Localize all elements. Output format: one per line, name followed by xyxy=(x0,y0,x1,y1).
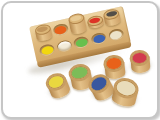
cylinder-top-color-gray xyxy=(105,10,117,17)
scene xyxy=(3,3,157,117)
board-disc-orange[interactable] xyxy=(54,24,67,34)
board-cylinder-red[interactable] xyxy=(86,14,104,29)
hole-recess xyxy=(90,32,107,46)
board-cylinder-gray[interactable] xyxy=(102,7,121,26)
hole-recess xyxy=(52,23,69,37)
cylinder-top-color-green xyxy=(71,66,89,80)
cylinder-top-color-beige xyxy=(115,79,137,97)
cylinder-top-color-yellow xyxy=(47,74,65,90)
cylinder-top-color-tan xyxy=(37,26,49,33)
board-disc-cream[interactable] xyxy=(57,40,72,52)
hole-recess xyxy=(73,35,90,49)
photo-frame xyxy=(1,1,159,119)
hole-recess xyxy=(39,43,56,57)
board-disc-yellow[interactable] xyxy=(41,45,54,55)
hole-recess xyxy=(56,39,73,53)
loose-cylinder-crimson[interactable] xyxy=(129,49,151,78)
cylinder-top-color-red xyxy=(89,17,101,24)
hole-recess xyxy=(107,28,124,42)
cylinder-top-color-orange xyxy=(106,57,122,70)
cylinder-top-color-crimson xyxy=(132,53,147,64)
board-disc-green[interactable] xyxy=(75,37,88,47)
cylinder-top-color-natural xyxy=(70,15,82,22)
board-disc-white[interactable] xyxy=(109,30,122,40)
board-disc-blue[interactable] xyxy=(92,33,105,43)
